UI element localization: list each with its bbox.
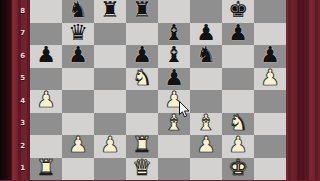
black-knight[interactable]: ♞ bbox=[68, 0, 88, 21]
chess-board[interactable]: ♞♜♜♚♛♝♟♟♟♟♟♝♞♟♞♟♟♟♟♝♝♞♟♟♜♟♟♜♛♚ bbox=[30, 0, 286, 180]
black-queen[interactable]: ♛ bbox=[68, 22, 88, 44]
white-king[interactable]: ♚ bbox=[228, 157, 248, 179]
square-d5[interactable]: ♞ bbox=[126, 68, 158, 91]
white-bishop[interactable]: ♝ bbox=[196, 112, 216, 134]
white-queen[interactable]: ♛ bbox=[132, 157, 152, 179]
black-rook[interactable]: ♜ bbox=[100, 0, 120, 21]
black-pawn[interactable]: ♟ bbox=[68, 44, 88, 66]
square-f6[interactable]: ♞ bbox=[190, 45, 222, 68]
black-pawn[interactable]: ♟ bbox=[36, 44, 56, 66]
rank-label-3: 3 bbox=[0, 113, 28, 136]
square-d8[interactable]: ♜ bbox=[126, 0, 158, 23]
black-pawn[interactable]: ♟ bbox=[228, 22, 248, 44]
square-a1[interactable]: ♜ bbox=[30, 158, 62, 181]
square-d4[interactable] bbox=[126, 90, 158, 113]
square-h3[interactable] bbox=[254, 113, 286, 136]
black-pawn[interactable]: ♟ bbox=[260, 44, 280, 66]
square-g6[interactable] bbox=[222, 45, 254, 68]
black-king[interactable]: ♚ bbox=[228, 0, 248, 21]
square-e2[interactable] bbox=[158, 135, 190, 158]
square-c1[interactable] bbox=[94, 158, 126, 181]
square-d1[interactable]: ♛ bbox=[126, 158, 158, 181]
white-rook[interactable]: ♜ bbox=[36, 157, 56, 179]
square-a3[interactable] bbox=[30, 113, 62, 136]
rank-label-7: 7 bbox=[0, 23, 28, 46]
rank-label-5: 5 bbox=[0, 68, 28, 91]
white-pawn[interactable]: ♟ bbox=[196, 134, 216, 156]
square-h8[interactable] bbox=[254, 0, 286, 23]
rank-labels: 87654321 bbox=[0, 0, 28, 180]
square-c6[interactable] bbox=[94, 45, 126, 68]
black-pawn[interactable]: ♟ bbox=[132, 44, 152, 66]
black-pawn[interactable]: ♟ bbox=[196, 22, 216, 44]
square-c7[interactable] bbox=[94, 23, 126, 46]
square-b2[interactable]: ♟ bbox=[62, 135, 94, 158]
rank-label-6: 6 bbox=[0, 45, 28, 68]
black-knight[interactable]: ♞ bbox=[196, 44, 216, 66]
square-a4[interactable]: ♟ bbox=[30, 90, 62, 113]
black-bishop[interactable]: ♝ bbox=[164, 22, 184, 44]
square-b1[interactable] bbox=[62, 158, 94, 181]
square-e3[interactable]: ♝ bbox=[158, 113, 190, 136]
white-pawn[interactable]: ♟ bbox=[36, 89, 56, 111]
square-e1[interactable] bbox=[158, 158, 190, 181]
square-c5[interactable] bbox=[94, 68, 126, 91]
white-knight[interactable]: ♞ bbox=[132, 67, 152, 89]
white-rook[interactable]: ♜ bbox=[132, 134, 152, 156]
rank-label-8: 8 bbox=[0, 0, 28, 23]
square-h1[interactable] bbox=[254, 158, 286, 181]
square-c8[interactable]: ♜ bbox=[94, 0, 126, 23]
square-g7[interactable]: ♟ bbox=[222, 23, 254, 46]
square-h5[interactable]: ♟ bbox=[254, 68, 286, 91]
square-b6[interactable]: ♟ bbox=[62, 45, 94, 68]
white-knight[interactable]: ♞ bbox=[228, 112, 248, 134]
square-a6[interactable]: ♟ bbox=[30, 45, 62, 68]
square-f1[interactable] bbox=[190, 158, 222, 181]
square-g5[interactable] bbox=[222, 68, 254, 91]
white-pawn[interactable]: ♟ bbox=[68, 134, 88, 156]
white-bishop[interactable]: ♝ bbox=[164, 112, 184, 134]
square-b4[interactable] bbox=[62, 90, 94, 113]
white-pawn[interactable]: ♟ bbox=[100, 134, 120, 156]
square-c4[interactable] bbox=[94, 90, 126, 113]
square-h4[interactable] bbox=[254, 90, 286, 113]
rank-label-2: 2 bbox=[0, 135, 28, 158]
rank-label-1: 1 bbox=[0, 158, 28, 181]
square-g1[interactable]: ♚ bbox=[222, 158, 254, 181]
square-a8[interactable] bbox=[30, 0, 62, 23]
square-c2[interactable]: ♟ bbox=[94, 135, 126, 158]
rank-label-4: 4 bbox=[0, 90, 28, 113]
black-pawn[interactable]: ♟ bbox=[164, 67, 184, 89]
square-f2[interactable]: ♟ bbox=[190, 135, 222, 158]
square-h2[interactable] bbox=[254, 135, 286, 158]
square-b5[interactable] bbox=[62, 68, 94, 91]
square-f5[interactable] bbox=[190, 68, 222, 91]
white-pawn[interactable]: ♟ bbox=[164, 89, 184, 111]
white-pawn[interactable]: ♟ bbox=[260, 67, 280, 89]
white-pawn[interactable]: ♟ bbox=[228, 134, 248, 156]
black-bishop[interactable]: ♝ bbox=[164, 44, 184, 66]
black-rook[interactable]: ♜ bbox=[132, 0, 152, 21]
